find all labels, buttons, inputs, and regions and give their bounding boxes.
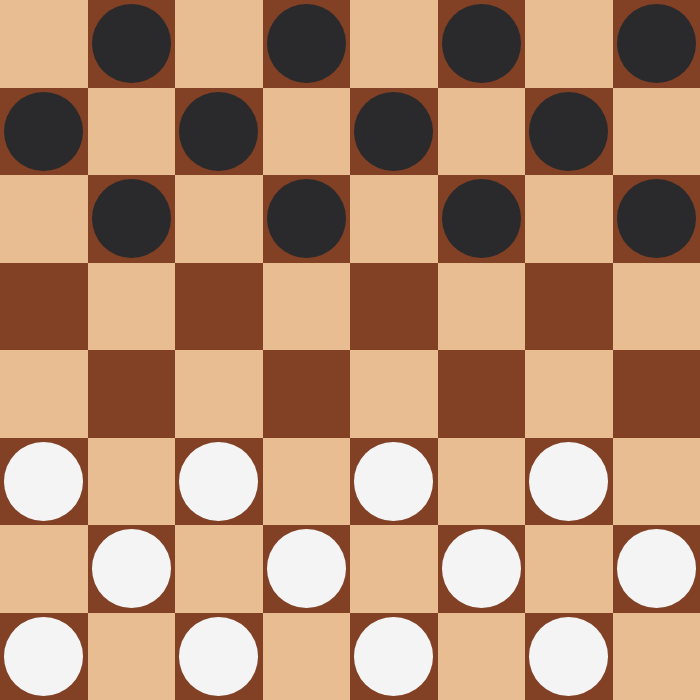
square-r5c1	[88, 438, 176, 526]
square-r4c4	[350, 350, 438, 438]
square-r4c0	[0, 350, 88, 438]
black-man[interactable]	[617, 4, 696, 83]
square-r6c1[interactable]	[88, 525, 176, 613]
white-man[interactable]	[92, 529, 171, 608]
square-r1c2[interactable]	[175, 88, 263, 176]
square-r6c2	[175, 525, 263, 613]
black-man[interactable]	[92, 179, 171, 258]
white-man[interactable]	[442, 529, 521, 608]
black-man[interactable]	[267, 179, 346, 258]
square-r5c0[interactable]	[0, 438, 88, 526]
square-r7c2[interactable]	[175, 613, 263, 700]
square-r6c3[interactable]	[263, 525, 351, 613]
square-r0c0	[0, 0, 88, 88]
square-r2c6	[525, 175, 613, 263]
square-r7c0[interactable]	[0, 613, 88, 700]
square-r7c4[interactable]	[350, 613, 438, 700]
square-r2c4	[350, 175, 438, 263]
square-r7c6[interactable]	[525, 613, 613, 700]
square-r0c2	[175, 0, 263, 88]
square-r3c3	[263, 263, 351, 351]
square-r5c2[interactable]	[175, 438, 263, 526]
white-man[interactable]	[267, 529, 346, 608]
white-man[interactable]	[354, 617, 433, 696]
white-man[interactable]	[529, 442, 608, 521]
square-r7c3	[263, 613, 351, 700]
square-r2c7[interactable]	[613, 175, 700, 263]
square-r1c6[interactable]	[525, 88, 613, 176]
black-man[interactable]	[529, 92, 608, 171]
square-r5c6[interactable]	[525, 438, 613, 526]
white-man[interactable]	[4, 617, 83, 696]
square-r3c1	[88, 263, 176, 351]
square-r5c7	[613, 438, 700, 526]
square-r4c7[interactable]	[613, 350, 700, 438]
square-r7c5	[438, 613, 526, 700]
square-r6c0	[0, 525, 88, 613]
square-r4c2	[175, 350, 263, 438]
square-r2c3[interactable]	[263, 175, 351, 263]
square-r2c0	[0, 175, 88, 263]
square-r3c6[interactable]	[525, 263, 613, 351]
square-r4c6	[525, 350, 613, 438]
square-r1c5	[438, 88, 526, 176]
square-r2c5[interactable]	[438, 175, 526, 263]
square-r5c5	[438, 438, 526, 526]
black-man[interactable]	[4, 92, 83, 171]
square-r1c1	[88, 88, 176, 176]
white-man[interactable]	[179, 617, 258, 696]
square-r0c1[interactable]	[88, 0, 176, 88]
white-man[interactable]	[529, 617, 608, 696]
square-r0c4	[350, 0, 438, 88]
square-r1c4[interactable]	[350, 88, 438, 176]
checkers-board	[0, 0, 700, 700]
square-r1c0[interactable]	[0, 88, 88, 176]
white-man[interactable]	[4, 442, 83, 521]
square-r0c5[interactable]	[438, 0, 526, 88]
square-r5c3	[263, 438, 351, 526]
square-r1c3	[263, 88, 351, 176]
square-r3c7	[613, 263, 700, 351]
square-r3c0[interactable]	[0, 263, 88, 351]
black-man[interactable]	[354, 92, 433, 171]
square-r6c7[interactable]	[613, 525, 700, 613]
square-r0c7[interactable]	[613, 0, 700, 88]
square-r4c5[interactable]	[438, 350, 526, 438]
square-r1c7	[613, 88, 700, 176]
square-r0c6	[525, 0, 613, 88]
square-r7c1	[88, 613, 176, 700]
white-man[interactable]	[354, 442, 433, 521]
square-r3c2[interactable]	[175, 263, 263, 351]
black-man[interactable]	[92, 4, 171, 83]
white-man[interactable]	[617, 529, 696, 608]
square-r4c3[interactable]	[263, 350, 351, 438]
square-r7c7	[613, 613, 700, 700]
square-r3c5	[438, 263, 526, 351]
black-man[interactable]	[617, 179, 696, 258]
square-r0c3[interactable]	[263, 0, 351, 88]
square-r2c2	[175, 175, 263, 263]
square-r6c4	[350, 525, 438, 613]
square-r5c4[interactable]	[350, 438, 438, 526]
square-r6c5[interactable]	[438, 525, 526, 613]
black-man[interactable]	[267, 4, 346, 83]
square-r3c4[interactable]	[350, 263, 438, 351]
square-r6c6	[525, 525, 613, 613]
black-man[interactable]	[179, 92, 258, 171]
square-r4c1[interactable]	[88, 350, 176, 438]
white-man[interactable]	[179, 442, 258, 521]
black-man[interactable]	[442, 4, 521, 83]
square-r2c1[interactable]	[88, 175, 176, 263]
black-man[interactable]	[442, 179, 521, 258]
